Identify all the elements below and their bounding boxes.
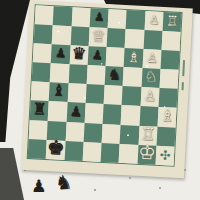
square-b5[interactable]: ♕: [89, 27, 108, 47]
square-g6[interactable]: [65, 122, 84, 142]
square-a2[interactable]: ♙: [144, 11, 163, 31]
square-h3[interactable]: [119, 144, 138, 164]
square-e5[interactable]: [86, 84, 105, 104]
black-pawn-c5[interactable]: ♟: [91, 49, 103, 62]
captured-black-pawn[interactable]: ♟: [31, 178, 46, 195]
square-a8[interactable]: [35, 5, 54, 25]
square-a3[interactable]: [126, 10, 145, 30]
square-b8[interactable]: [34, 24, 53, 44]
square-b7[interactable]: [52, 25, 71, 45]
black-queen-c6[interactable]: ♛: [71, 45, 87, 62]
square-g1[interactable]: [157, 126, 176, 146]
square-h4[interactable]: [101, 143, 120, 163]
square-h6[interactable]: [64, 141, 83, 161]
square-f8[interactable]: ♜: [30, 101, 49, 121]
square-c8[interactable]: [33, 43, 52, 63]
square-h1[interactable]: ✣: [156, 145, 175, 165]
black-knight-d4[interactable]: ♞: [107, 67, 121, 83]
square-e6[interactable]: [67, 83, 86, 103]
square-b1[interactable]: [162, 31, 181, 51]
white-pawn-e2[interactable]: ♙: [144, 89, 157, 103]
white-rook-a1[interactable]: ♖: [166, 14, 179, 28]
square-d4[interactable]: ♞: [105, 66, 124, 86]
black-pawn-c7[interactable]: ♟: [55, 47, 67, 60]
square-e4[interactable]: [104, 85, 123, 105]
square-f4[interactable]: [103, 104, 122, 124]
square-d5[interactable]: [87, 65, 106, 85]
square-g4[interactable]: [102, 124, 121, 144]
white-pawn-c2[interactable]: ♙: [146, 52, 158, 65]
white-bishop-c3[interactable]: ♗: [127, 50, 141, 65]
square-c1[interactable]: [161, 50, 180, 70]
captured-black-knight[interactable]: ♞: [54, 172, 72, 192]
square-c6[interactable]: ♛: [69, 45, 88, 65]
black-king-h7[interactable]: ♚: [46, 138, 64, 158]
square-d3[interactable]: [123, 67, 142, 87]
square-h8[interactable]: [28, 139, 47, 159]
square-c4[interactable]: [106, 47, 125, 67]
black-rook-f8[interactable]: ♜: [32, 101, 47, 118]
square-e7[interactable]: ♝: [49, 83, 68, 103]
square-b4[interactable]: [107, 28, 126, 48]
square-d2[interactable]: ♘: [141, 68, 160, 88]
white-bishop-f1[interactable]: ♗: [160, 108, 175, 125]
square-f3[interactable]: [121, 105, 140, 125]
white-pawn-a2[interactable]: ♙: [148, 14, 159, 26]
black-pawn-a5[interactable]: ♟: [94, 11, 105, 23]
white-queen-b5[interactable]: ♕: [91, 28, 106, 45]
square-c5[interactable]: ♟: [88, 46, 107, 66]
square-h7[interactable]: ♚: [46, 140, 65, 160]
border-print-mark: [182, 60, 185, 76]
square-h2[interactable]: ♔: [137, 145, 156, 165]
black-pawn-f6[interactable]: ♟: [69, 104, 82, 119]
square-d8[interactable]: [32, 63, 51, 83]
square-f6[interactable]: ♟: [66, 103, 85, 123]
vinyl-chess-board: ♟♙♖♕♟♛♟♗♙♞♘♝♙♜♟♗♖♚♔✣: [21, 0, 193, 178]
white-king-h2[interactable]: ♔: [138, 143, 156, 163]
square-a1[interactable]: ♖: [163, 12, 182, 32]
square-d1[interactable]: [160, 69, 179, 89]
square-a7[interactable]: [53, 6, 72, 26]
square-g5[interactable]: [84, 123, 103, 143]
maker-emblem: ✣: [159, 149, 171, 163]
square-b2[interactable]: [143, 30, 162, 50]
square-h5[interactable]: [83, 142, 102, 162]
square-e3[interactable]: [122, 86, 141, 106]
square-a4[interactable]: [108, 9, 127, 29]
border-print-mark: [181, 82, 183, 90]
dark-backdrop-corner: [0, 148, 24, 200]
square-e2[interactable]: ♙: [140, 87, 159, 107]
square-g3[interactable]: [120, 125, 139, 145]
square-g8[interactable]: [29, 120, 48, 140]
square-f7[interactable]: [48, 102, 67, 122]
chessboard-photo-scene: ♟♙♖♕♟♛♟♗♙♞♘♝♙♜♟♗♖♚♔✣ ♟ ♞: [0, 0, 200, 200]
chess-grid: ♟♙♖♕♟♛♟♗♙♞♘♝♙♜♟♗♖♚♔✣: [28, 5, 182, 165]
black-bishop-e7[interactable]: ♝: [51, 83, 66, 99]
square-d6[interactable]: [68, 64, 87, 84]
square-c3[interactable]: ♗: [124, 48, 143, 68]
square-f1[interactable]: ♗: [158, 107, 177, 127]
square-c7[interactable]: ♟: [51, 44, 70, 64]
white-knight-d2[interactable]: ♘: [144, 69, 158, 85]
square-b3[interactable]: [125, 29, 144, 49]
square-f5[interactable]: [85, 104, 104, 124]
square-a6[interactable]: [71, 7, 90, 27]
